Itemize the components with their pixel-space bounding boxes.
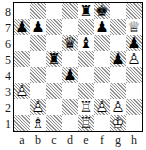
piece-white-pawn: ♟♙: [14, 83, 30, 99]
square-e6[interactable]: ♝: [78, 35, 94, 51]
rank-label-2: 2: [0, 100, 11, 116]
square-e4[interactable]: [78, 67, 94, 83]
square-a4[interactable]: [14, 67, 30, 83]
rank-label-6: 6: [0, 36, 11, 52]
square-g1[interactable]: ♚♔: [110, 115, 126, 131]
piece-white-pawn: ♟♙: [126, 51, 142, 67]
piece-black-king: ♚: [94, 3, 110, 19]
square-b2[interactable]: ♟♙: [30, 99, 46, 115]
file-label-h: h: [126, 133, 142, 148]
square-g3[interactable]: [110, 83, 126, 99]
piece-black-pawn: ♟: [110, 51, 126, 67]
rank-label-3: 3: [0, 84, 11, 100]
square-e3[interactable]: [78, 83, 94, 99]
square-g8[interactable]: [110, 3, 126, 19]
square-b3[interactable]: [30, 83, 46, 99]
file-label-e: e: [78, 133, 94, 148]
piece-white-rook: ♜♖: [78, 99, 94, 115]
chess-diagram: 87654321 ♜♚♟♟♟♛♕♛♝♟♜♟♟♙♟♟♙♟♙♜♖♟♙♟♙♝♗♜♖♚♔…: [0, 0, 146, 150]
file-label-f: f: [94, 133, 110, 148]
square-b8[interactable]: [30, 3, 46, 19]
square-g4[interactable]: [110, 67, 126, 83]
chess-board: ♜♚♟♟♟♛♕♛♝♟♜♟♟♙♟♟♙♟♙♜♖♟♙♟♙♝♗♜♖♚♔: [13, 2, 143, 132]
piece-black-rook: ♜: [78, 3, 94, 19]
square-b1[interactable]: ♝♗: [30, 115, 46, 131]
file-label-g: g: [110, 133, 126, 148]
piece-black-queen: ♛: [62, 35, 78, 51]
square-c4[interactable]: [46, 67, 62, 83]
piece-white-pawn: ♟♙: [94, 99, 110, 115]
square-d2[interactable]: [62, 99, 78, 115]
square-f4[interactable]: [94, 67, 110, 83]
piece-white-queen: ♛♕: [126, 19, 142, 35]
rank-label-1: 1: [0, 116, 11, 132]
rank-label-5: 5: [0, 52, 11, 68]
square-g7[interactable]: [110, 19, 126, 35]
square-c1[interactable]: [46, 115, 62, 131]
square-g2[interactable]: ♟♙: [110, 99, 126, 115]
piece-black-pawn: ♟: [62, 67, 78, 83]
file-label-d: d: [62, 133, 78, 148]
square-a3[interactable]: ♟♙: [14, 83, 30, 99]
square-d5[interactable]: [62, 51, 78, 67]
piece-black-rook: ♜: [46, 51, 62, 67]
square-d4[interactable]: ♟: [62, 67, 78, 83]
square-d6[interactable]: ♛: [62, 35, 78, 51]
square-d7[interactable]: [62, 19, 78, 35]
square-c7[interactable]: [46, 19, 62, 35]
square-a1[interactable]: [14, 115, 30, 131]
piece-white-pawn: ♟♙: [30, 99, 46, 115]
square-h7[interactable]: ♛♕: [126, 19, 142, 35]
square-f1[interactable]: [94, 115, 110, 131]
piece-black-pawn: ♟: [94, 19, 110, 35]
square-a2[interactable]: [14, 99, 30, 115]
square-h5[interactable]: ♟♙: [126, 51, 142, 67]
square-c2[interactable]: [46, 99, 62, 115]
square-b7[interactable]: ♟: [30, 19, 46, 35]
piece-white-king: ♚♔: [110, 115, 126, 131]
square-h8[interactable]: [126, 3, 142, 19]
file-label-a: a: [14, 133, 30, 148]
square-e1[interactable]: ♜♖: [78, 115, 94, 131]
piece-white-bishop: ♝♗: [30, 115, 46, 131]
rank-label-7: 7: [0, 20, 11, 36]
rank-label-4: 4: [0, 68, 11, 84]
piece-black-bishop: ♝: [78, 35, 94, 51]
piece-white-pawn: ♟♙: [110, 99, 126, 115]
square-d8[interactable]: [62, 3, 78, 19]
square-h4[interactable]: [126, 67, 142, 83]
square-h6[interactable]: ♟: [126, 35, 142, 51]
square-f7[interactable]: ♟: [94, 19, 110, 35]
file-label-b: b: [30, 133, 46, 148]
square-g6[interactable]: [110, 35, 126, 51]
square-b5[interactable]: [30, 51, 46, 67]
square-f3[interactable]: [94, 83, 110, 99]
square-a8[interactable]: [14, 3, 30, 19]
rank-label-8: 8: [0, 4, 11, 20]
square-h3[interactable]: [126, 83, 142, 99]
piece-black-pawn: ♟: [30, 19, 46, 35]
square-e2[interactable]: ♜♖: [78, 99, 94, 115]
square-f6[interactable]: [94, 35, 110, 51]
square-g5[interactable]: ♟: [110, 51, 126, 67]
square-c3[interactable]: [46, 83, 62, 99]
square-f5[interactable]: [94, 51, 110, 67]
piece-black-pawn: ♟: [126, 35, 142, 51]
square-e7[interactable]: [78, 19, 94, 35]
square-b4[interactable]: [30, 67, 46, 83]
square-c6[interactable]: [46, 35, 62, 51]
square-c5[interactable]: ♜: [46, 51, 62, 67]
piece-white-rook: ♜♖: [78, 115, 94, 131]
square-e5[interactable]: [78, 51, 94, 67]
file-label-c: c: [46, 133, 62, 148]
square-a6[interactable]: [14, 35, 30, 51]
square-d1[interactable]: [62, 115, 78, 131]
square-h1[interactable]: [126, 115, 142, 131]
piece-black-pawn: ♟: [14, 19, 30, 35]
square-b6[interactable]: [30, 35, 46, 51]
square-h2[interactable]: [126, 99, 142, 115]
square-f2[interactable]: ♟♙: [94, 99, 110, 115]
square-a5[interactable]: [14, 51, 30, 67]
square-f8[interactable]: ♚: [94, 3, 110, 19]
square-c8[interactable]: [46, 3, 62, 19]
square-a7[interactable]: ♟: [14, 19, 30, 35]
square-d3[interactable]: [62, 83, 78, 99]
square-e8[interactable]: ♜: [78, 3, 94, 19]
